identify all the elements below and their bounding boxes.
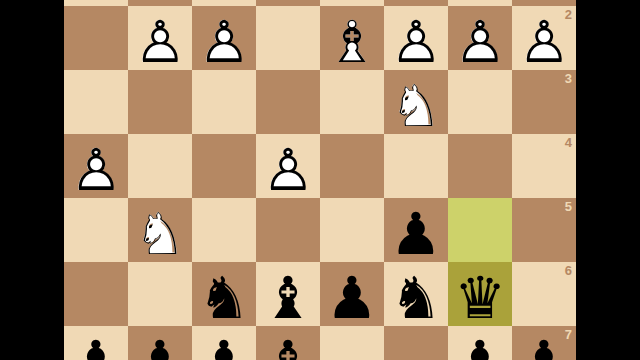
square-h5[interactable] xyxy=(64,198,128,262)
square-f7[interactable]: ♟ xyxy=(192,326,256,360)
bishop-glyph: ♝ xyxy=(262,269,314,327)
pawn-glyph: ♟ xyxy=(198,333,250,360)
square-c3[interactable]: ♞♘ xyxy=(384,70,448,134)
square-e5[interactable] xyxy=(256,198,320,262)
square-g4[interactable] xyxy=(128,134,192,198)
pawn-glyph-outline: ♙ xyxy=(262,141,314,199)
knight-glyph-outline: ♘ xyxy=(390,77,442,135)
square-d2[interactable]: ♝♗ xyxy=(320,6,384,70)
square-h3[interactable] xyxy=(64,70,128,134)
square-c2[interactable]: ♟♙ xyxy=(384,6,448,70)
square-a7[interactable]: 7♟ xyxy=(512,326,576,360)
white-pawn[interactable]: ♟♙ xyxy=(384,10,448,74)
square-h6[interactable] xyxy=(64,262,128,326)
black-queen[interactable]: ♛ xyxy=(448,266,512,330)
pawn-glyph-outline: ♙ xyxy=(198,13,250,71)
rank-label-3: 3 xyxy=(565,71,572,86)
pawn-glyph: ♟ xyxy=(454,333,506,360)
square-c7[interactable] xyxy=(384,326,448,360)
square-e6[interactable]: ♝ xyxy=(256,262,320,326)
pawn-glyph: ♟ xyxy=(518,333,570,360)
square-f4[interactable] xyxy=(192,134,256,198)
square-g5[interactable]: ♞♘ xyxy=(128,198,192,262)
rank-label-5: 5 xyxy=(565,199,572,214)
square-f2[interactable]: ♟♙ xyxy=(192,6,256,70)
rank-label-6: 6 xyxy=(565,263,572,278)
square-b2[interactable]: ♟♙ xyxy=(448,6,512,70)
white-pawn[interactable]: ♟♙ xyxy=(256,138,320,202)
bishop-glyph-outline: ♗ xyxy=(326,13,378,71)
black-pawn[interactable]: ♟ xyxy=(128,330,192,360)
knight-glyph-outline: ♘ xyxy=(134,205,186,263)
square-f6[interactable]: ♞ xyxy=(192,262,256,326)
square-b5[interactable] xyxy=(448,198,512,262)
black-knight[interactable]: ♞ xyxy=(192,266,256,330)
pawn-glyph: ♟ xyxy=(134,333,186,360)
white-pawn[interactable]: ♟♙ xyxy=(128,10,192,74)
square-d3[interactable] xyxy=(320,70,384,134)
square-b7[interactable]: ♟ xyxy=(448,326,512,360)
square-f3[interactable] xyxy=(192,70,256,134)
knight-glyph: ♞ xyxy=(390,269,442,327)
square-a6[interactable]: 6 xyxy=(512,262,576,326)
square-g2[interactable]: ♟♙ xyxy=(128,6,192,70)
black-pawn[interactable]: ♟ xyxy=(320,266,384,330)
square-e7[interactable]: ♝ xyxy=(256,326,320,360)
square-g7[interactable]: ♟ xyxy=(128,326,192,360)
letterbox-right xyxy=(576,0,640,360)
square-d5[interactable] xyxy=(320,198,384,262)
black-pawn[interactable]: ♟ xyxy=(384,202,448,266)
bishop-glyph: ♝ xyxy=(262,333,314,360)
black-pawn[interactable]: ♟ xyxy=(512,330,576,360)
white-pawn[interactable]: ♟♙ xyxy=(192,10,256,74)
square-c6[interactable]: ♞ xyxy=(384,262,448,326)
square-h4[interactable]: ♟♙ xyxy=(64,134,128,198)
square-c4[interactable] xyxy=(384,134,448,198)
pawn-glyph: ♟ xyxy=(326,269,378,327)
square-e3[interactable] xyxy=(256,70,320,134)
white-pawn[interactable]: ♟♙ xyxy=(64,138,128,202)
white-knight[interactable]: ♞♘ xyxy=(128,202,192,266)
pawn-glyph-outline: ♙ xyxy=(134,13,186,71)
square-a4[interactable]: 4 xyxy=(512,134,576,198)
square-g6[interactable] xyxy=(128,262,192,326)
black-pawn[interactable]: ♟ xyxy=(192,330,256,360)
square-e2[interactable] xyxy=(256,6,320,70)
white-pawn[interactable]: ♟♙ xyxy=(512,10,576,74)
square-b4[interactable] xyxy=(448,134,512,198)
queen-glyph: ♛ xyxy=(454,269,506,327)
pawn-glyph-outline: ♙ xyxy=(70,141,122,199)
pawn-glyph-outline: ♙ xyxy=(518,13,570,71)
square-h2[interactable] xyxy=(64,6,128,70)
white-pawn[interactable]: ♟♙ xyxy=(448,10,512,74)
square-f5[interactable] xyxy=(192,198,256,262)
square-c5[interactable]: ♟ xyxy=(384,198,448,262)
square-a3[interactable]: 3 xyxy=(512,70,576,134)
white-bishop[interactable]: ♝♗ xyxy=(320,10,384,74)
pawn-glyph-outline: ♙ xyxy=(454,13,506,71)
square-a5[interactable]: 5 xyxy=(512,198,576,262)
square-d4[interactable] xyxy=(320,134,384,198)
knight-glyph: ♞ xyxy=(198,269,250,327)
rank-label-4: 4 xyxy=(565,135,572,150)
square-b3[interactable] xyxy=(448,70,512,134)
black-knight[interactable]: ♞ xyxy=(384,266,448,330)
white-knight[interactable]: ♞♘ xyxy=(384,74,448,138)
black-pawn[interactable]: ♟ xyxy=(64,330,128,360)
square-h7[interactable]: ♟ xyxy=(64,326,128,360)
black-bishop[interactable]: ♝ xyxy=(256,330,320,360)
letterboxed-stage: ♜♖♚♔♛♕1♜♖♟♙♟♙♝♗♟♙♟♙2♟♙♞♘3♟♙♟♙4♞♘♟5♞♝♟♞♛6… xyxy=(0,0,640,360)
square-d6[interactable]: ♟ xyxy=(320,262,384,326)
pawn-glyph-outline: ♙ xyxy=(390,13,442,71)
pawn-glyph: ♟ xyxy=(390,205,442,263)
pawn-glyph: ♟ xyxy=(70,333,122,360)
square-d7[interactable] xyxy=(320,326,384,360)
letterbox-left xyxy=(0,0,64,360)
square-g3[interactable] xyxy=(128,70,192,134)
square-a2[interactable]: 2♟♙ xyxy=(512,6,576,70)
square-e4[interactable]: ♟♙ xyxy=(256,134,320,198)
chess-board: ♜♖♚♔♛♕1♜♖♟♙♟♙♝♗♟♙♟♙2♟♙♞♘3♟♙♟♙4♞♘♟5♞♝♟♞♛6… xyxy=(64,0,576,360)
square-b6[interactable]: ♛ xyxy=(448,262,512,326)
black-bishop[interactable]: ♝ xyxy=(256,266,320,330)
black-pawn[interactable]: ♟ xyxy=(448,330,512,360)
